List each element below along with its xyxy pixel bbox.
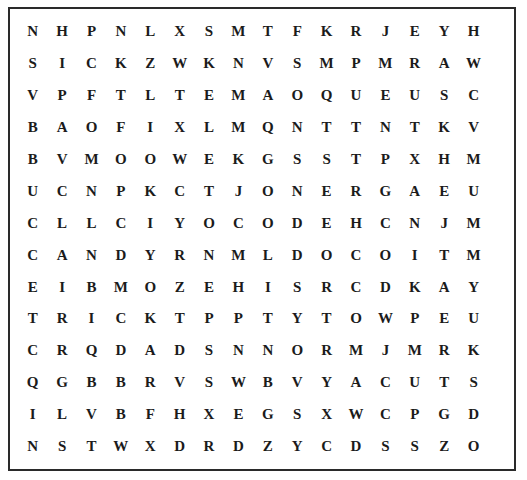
grid-cell-r8c6[interactable]: R <box>165 239 194 271</box>
grid-cell-r2c11[interactable]: M <box>312 48 341 80</box>
grid-cell-r10c16[interactable]: U <box>459 303 488 335</box>
grid-cell-r11c11[interactable]: R <box>312 335 341 367</box>
grid-cell-r12c16[interactable]: S <box>459 367 488 399</box>
grid-cell-r9c2[interactable]: I <box>47 271 76 303</box>
grid-cell-r4c13[interactable]: N <box>371 112 400 144</box>
grid-cell-r5c14[interactable]: X <box>400 144 429 176</box>
grid-cell-r2c8[interactable]: N <box>224 48 253 80</box>
grid-cell-r4c14[interactable]: T <box>400 112 429 144</box>
grid-cell-r3c9[interactable]: A <box>253 80 282 112</box>
grid-cell-r7c2[interactable]: L <box>47 207 76 239</box>
grid-cell-r11c7[interactable]: S <box>194 335 223 367</box>
grid-cell-r11c10[interactable]: O <box>283 335 312 367</box>
grid-cell-r1c11[interactable]: K <box>312 16 341 48</box>
grid-cell-r8c1[interactable]: C <box>18 239 47 271</box>
grid-cell-r8c2[interactable]: A <box>47 239 76 271</box>
grid-cell-r8c16[interactable]: M <box>459 239 488 271</box>
grid-cell-r8c13[interactable]: O <box>371 239 400 271</box>
grid-cell-r4c6[interactable]: X <box>165 112 194 144</box>
grid-cell-r8c15[interactable]: T <box>429 239 458 271</box>
grid-cell-r4c8[interactable]: M <box>224 112 253 144</box>
grid-cell-r6c2[interactable]: C <box>47 175 76 207</box>
grid-cell-r13c3[interactable]: V <box>77 399 106 431</box>
grid-cell-r3c11[interactable]: Q <box>312 80 341 112</box>
grid-cell-r2c5[interactable]: Z <box>136 48 165 80</box>
grid-cell-r7c8[interactable]: C <box>224 207 253 239</box>
grid-cell-r13c11[interactable]: X <box>312 399 341 431</box>
grid-cell-r7c16[interactable]: M <box>459 207 488 239</box>
grid-cell-r12c9[interactable]: B <box>253 367 282 399</box>
grid-cell-r10c15[interactable]: E <box>429 303 458 335</box>
grid-cell-r14c16[interactable]: O <box>459 431 488 463</box>
grid-cell-r6c4[interactable]: P <box>106 175 135 207</box>
grid-cell-r11c2[interactable]: R <box>47 335 76 367</box>
grid-cell-r10c1[interactable]: T <box>18 303 47 335</box>
grid-cell-r14c7[interactable]: R <box>194 431 223 463</box>
grid-cell-r5c15[interactable]: H <box>429 144 458 176</box>
grid-cell-r12c11[interactable]: Y <box>312 367 341 399</box>
grid-cell-r14c13[interactable]: S <box>371 431 400 463</box>
grid-cell-r1c15[interactable]: Y <box>429 16 458 48</box>
grid-cell-r3c6[interactable]: T <box>165 80 194 112</box>
grid-cell-r2c1[interactable]: S <box>18 48 47 80</box>
grid-cell-r5c11[interactable]: S <box>312 144 341 176</box>
grid-cell-r14c14[interactable]: S <box>400 431 429 463</box>
grid-cell-r2c7[interactable]: K <box>194 48 223 80</box>
grid-cell-r9c5[interactable]: O <box>136 271 165 303</box>
grid-cell-r8c11[interactable]: O <box>312 239 341 271</box>
grid-cell-r11c12[interactable]: M <box>341 335 370 367</box>
grid-cell-r4c16[interactable]: V <box>459 112 488 144</box>
grid-cell-r4c5[interactable]: I <box>136 112 165 144</box>
grid-cell-r1c4[interactable]: N <box>106 16 135 48</box>
grid-cell-r6c12[interactable]: R <box>341 175 370 207</box>
grid-cell-r2c13[interactable]: M <box>371 48 400 80</box>
grid-cell-r3c5[interactable]: L <box>136 80 165 112</box>
grid-cell-r1c7[interactable]: S <box>194 16 223 48</box>
grid-cell-r12c6[interactable]: V <box>165 367 194 399</box>
grid-cell-r4c12[interactable]: T <box>341 112 370 144</box>
grid-cell-r14c11[interactable]: C <box>312 431 341 463</box>
grid-cell-r10c9[interactable]: T <box>253 303 282 335</box>
grid-cell-r6c8[interactable]: J <box>224 175 253 207</box>
grid-cell-r9c14[interactable]: K <box>400 271 429 303</box>
grid-cell-r4c10[interactable]: N <box>283 112 312 144</box>
grid-cell-r1c13[interactable]: J <box>371 16 400 48</box>
grid-cell-r12c13[interactable]: C <box>371 367 400 399</box>
grid-cell-r11c4[interactable]: D <box>106 335 135 367</box>
grid-cell-r8c7[interactable]: N <box>194 239 223 271</box>
grid-cell-r14c5[interactable]: X <box>136 431 165 463</box>
grid-cell-r2c10[interactable]: S <box>283 48 312 80</box>
grid-cell-r11c15[interactable]: R <box>429 335 458 367</box>
grid-cell-r7c12[interactable]: H <box>341 207 370 239</box>
grid-cell-r5c2[interactable]: V <box>47 144 76 176</box>
grid-cell-r9c10[interactable]: S <box>283 271 312 303</box>
grid-cell-r13c8[interactable]: E <box>224 399 253 431</box>
grid-cell-r3c14[interactable]: U <box>400 80 429 112</box>
grid-cell-r1c12[interactable]: R <box>341 16 370 48</box>
grid-cell-r11c13[interactable]: J <box>371 335 400 367</box>
grid-cell-r6c9[interactable]: O <box>253 175 282 207</box>
grid-cell-r6c14[interactable]: A <box>400 175 429 207</box>
grid-cell-r7c5[interactable]: I <box>136 207 165 239</box>
grid-cell-r1c1[interactable]: N <box>18 16 47 48</box>
grid-cell-r3c8[interactable]: M <box>224 80 253 112</box>
grid-cell-r12c1[interactable]: Q <box>18 367 47 399</box>
grid-cell-r9c6[interactable]: Z <box>165 271 194 303</box>
grid-cell-r6c13[interactable]: G <box>371 175 400 207</box>
grid-cell-r6c16[interactable]: U <box>459 175 488 207</box>
grid-cell-r1c9[interactable]: T <box>253 16 282 48</box>
grid-cell-r7c1[interactable]: C <box>18 207 47 239</box>
grid-cell-r14c1[interactable]: N <box>18 431 47 463</box>
grid-cell-r8c3[interactable]: N <box>77 239 106 271</box>
grid-cell-r1c2[interactable]: H <box>47 16 76 48</box>
grid-cell-r14c8[interactable]: D <box>224 431 253 463</box>
grid-cell-r4c1[interactable]: B <box>18 112 47 144</box>
grid-cell-r4c15[interactable]: K <box>429 112 458 144</box>
grid-cell-r13c4[interactable]: B <box>106 399 135 431</box>
grid-cell-r12c12[interactable]: A <box>341 367 370 399</box>
grid-cell-r7c11[interactable]: E <box>312 207 341 239</box>
grid-cell-r13c10[interactable]: S <box>283 399 312 431</box>
grid-cell-r11c16[interactable]: K <box>459 335 488 367</box>
grid-cell-r10c2[interactable]: R <box>47 303 76 335</box>
grid-cell-r10c13[interactable]: W <box>371 303 400 335</box>
grid-cell-r13c7[interactable]: X <box>194 399 223 431</box>
grid-cell-r3c3[interactable]: F <box>77 80 106 112</box>
grid-cell-r9c7[interactable]: E <box>194 271 223 303</box>
grid-cell-r3c13[interactable]: E <box>371 80 400 112</box>
grid-cell-r5c16[interactable]: M <box>459 144 488 176</box>
grid-cell-r3c16[interactable]: C <box>459 80 488 112</box>
grid-cell-r2c15[interactable]: A <box>429 48 458 80</box>
grid-cell-r2c14[interactable]: R <box>400 48 429 80</box>
grid-cell-r11c3[interactable]: Q <box>77 335 106 367</box>
grid-cell-r3c1[interactable]: V <box>18 80 47 112</box>
grid-cell-r13c5[interactable]: F <box>136 399 165 431</box>
grid-cell-r10c7[interactable]: P <box>194 303 223 335</box>
grid-cell-r10c5[interactable]: K <box>136 303 165 335</box>
grid-cell-r3c12[interactable]: U <box>341 80 370 112</box>
grid-cell-r9c16[interactable]: Y <box>459 271 488 303</box>
grid-cell-r7c6[interactable]: Y <box>165 207 194 239</box>
grid-cell-r14c10[interactable]: Y <box>283 431 312 463</box>
grid-cell-r1c6[interactable]: X <box>165 16 194 48</box>
grid-cell-r10c3[interactable]: I <box>77 303 106 335</box>
grid-cell-r14c2[interactable]: S <box>47 431 76 463</box>
grid-cell-r6c10[interactable]: N <box>283 175 312 207</box>
grid-cell-r8c12[interactable]: C <box>341 239 370 271</box>
grid-cell-r7c9[interactable]: O <box>253 207 282 239</box>
grid-cell-r11c6[interactable]: D <box>165 335 194 367</box>
grid-cell-r10c11[interactable]: T <box>312 303 341 335</box>
grid-cell-r8c8[interactable]: M <box>224 239 253 271</box>
grid-cell-r13c13[interactable]: C <box>371 399 400 431</box>
grid-cell-r13c16[interactable]: D <box>459 399 488 431</box>
grid-cell-r8c10[interactable]: D <box>283 239 312 271</box>
grid-cell-r9c13[interactable]: D <box>371 271 400 303</box>
grid-cell-r13c2[interactable]: L <box>47 399 76 431</box>
grid-cell-r2c4[interactable]: K <box>106 48 135 80</box>
grid-cell-r2c16[interactable]: W <box>459 48 488 80</box>
grid-cell-r12c2[interactable]: G <box>47 367 76 399</box>
grid-cell-r10c8[interactable]: P <box>224 303 253 335</box>
grid-cell-r14c12[interactable]: D <box>341 431 370 463</box>
grid-cell-r6c15[interactable]: E <box>429 175 458 207</box>
grid-cell-r5c3[interactable]: M <box>77 144 106 176</box>
grid-cell-r6c7[interactable]: T <box>194 175 223 207</box>
grid-cell-r2c9[interactable]: V <box>253 48 282 80</box>
grid-cell-r3c7[interactable]: E <box>194 80 223 112</box>
grid-cell-r6c1[interactable]: U <box>18 175 47 207</box>
grid-cell-r12c4[interactable]: B <box>106 367 135 399</box>
grid-cell-r14c6[interactable]: D <box>165 431 194 463</box>
grid-cell-r1c14[interactable]: E <box>400 16 429 48</box>
grid-cell-r10c4[interactable]: C <box>106 303 135 335</box>
grid-cell-r14c9[interactable]: Z <box>253 431 282 463</box>
grid-cell-r6c5[interactable]: K <box>136 175 165 207</box>
grid-cell-r13c9[interactable]: G <box>253 399 282 431</box>
grid-cell-r11c5[interactable]: A <box>136 335 165 367</box>
grid-cell-r9c12[interactable]: C <box>341 271 370 303</box>
grid-cell-r9c3[interactable]: B <box>77 271 106 303</box>
grid-cell-r12c8[interactable]: W <box>224 367 253 399</box>
grid-cell-r4c4[interactable]: F <box>106 112 135 144</box>
grid-cell-r8c9[interactable]: L <box>253 239 282 271</box>
grid-cell-r11c8[interactable]: N <box>224 335 253 367</box>
grid-cell-r9c11[interactable]: R <box>312 271 341 303</box>
grid-cell-r2c2[interactable]: I <box>47 48 76 80</box>
grid-cell-r13c15[interactable]: G <box>429 399 458 431</box>
grid-cell-r1c5[interactable]: L <box>136 16 165 48</box>
grid-cell-r12c5[interactable]: R <box>136 367 165 399</box>
grid-cell-r12c15[interactable]: T <box>429 367 458 399</box>
grid-cell-r10c10[interactable]: Y <box>283 303 312 335</box>
grid-cell-r1c8[interactable]: M <box>224 16 253 48</box>
grid-cell-r9c1[interactable]: E <box>18 271 47 303</box>
grid-cell-r7c13[interactable]: C <box>371 207 400 239</box>
grid-cell-r11c14[interactable]: M <box>400 335 429 367</box>
grid-cell-r11c1[interactable]: C <box>18 335 47 367</box>
grid-cell-r2c6[interactable]: W <box>165 48 194 80</box>
grid-cell-r12c10[interactable]: V <box>283 367 312 399</box>
grid-cell-r7c10[interactable]: D <box>283 207 312 239</box>
grid-cell-r3c2[interactable]: P <box>47 80 76 112</box>
grid-cell-r10c12[interactable]: O <box>341 303 370 335</box>
grid-cell-r4c7[interactable]: L <box>194 112 223 144</box>
grid-cell-r3c10[interactable]: O <box>283 80 312 112</box>
grid-cell-r1c16[interactable]: H <box>459 16 488 48</box>
grid-cell-r2c12[interactable]: P <box>341 48 370 80</box>
grid-cell-r12c7[interactable]: S <box>194 367 223 399</box>
grid-cell-r10c6[interactable]: T <box>165 303 194 335</box>
grid-cell-r13c6[interactable]: H <box>165 399 194 431</box>
grid-cell-r11c9[interactable]: N <box>253 335 282 367</box>
grid-cell-r6c3[interactable]: N <box>77 175 106 207</box>
grid-cell-r5c8[interactable]: K <box>224 144 253 176</box>
grid-cell-r8c5[interactable]: Y <box>136 239 165 271</box>
grid-cell-r8c4[interactable]: D <box>106 239 135 271</box>
grid-cell-r1c10[interactable]: F <box>283 16 312 48</box>
grid-cell-r5c7[interactable]: E <box>194 144 223 176</box>
grid-cell-r8c14[interactable]: I <box>400 239 429 271</box>
word-search-grid: NHPNLXSMTFKRJEYHSICKZWKNVSMPMRAWVPFTLTEM… <box>10 9 514 462</box>
grid-cell-r9c9[interactable]: I <box>253 271 282 303</box>
grid-cell-r3c4[interactable]: T <box>106 80 135 112</box>
grid-cell-r14c4[interactable]: W <box>106 431 135 463</box>
grid-cell-r4c2[interactable]: A <box>47 112 76 144</box>
grid-cell-r13c14[interactable]: P <box>400 399 429 431</box>
grid-cell-r3c15[interactable]: S <box>429 80 458 112</box>
grid-cell-r2c3[interactable]: C <box>77 48 106 80</box>
grid-cell-r9c4[interactable]: M <box>106 271 135 303</box>
grid-cell-r7c15[interactable]: J <box>429 207 458 239</box>
grid-cell-r13c12[interactable]: W <box>341 399 370 431</box>
grid-cell-r4c3[interactable]: O <box>77 112 106 144</box>
grid-cell-r5c4[interactable]: O <box>106 144 135 176</box>
grid-cell-r13c1[interactable]: I <box>18 399 47 431</box>
grid-cell-r5c9[interactable]: G <box>253 144 282 176</box>
grid-cell-r14c3[interactable]: T <box>77 431 106 463</box>
grid-cell-r9c15[interactable]: A <box>429 271 458 303</box>
grid-cell-r4c9[interactable]: Q <box>253 112 282 144</box>
grid-cell-r4c11[interactable]: T <box>312 112 341 144</box>
word-search-board: NHPNLXSMTFKRJEYHSICKZWKNVSMPMRAWVPFTLTEM… <box>8 7 516 471</box>
grid-cell-r7c14[interactable]: N <box>400 207 429 239</box>
grid-cell-r5c10[interactable]: S <box>283 144 312 176</box>
grid-cell-r10c14[interactable]: P <box>400 303 429 335</box>
grid-cell-r9c8[interactable]: H <box>224 271 253 303</box>
grid-cell-r7c4[interactable]: C <box>106 207 135 239</box>
grid-cell-r12c3[interactable]: B <box>77 367 106 399</box>
grid-cell-r5c13[interactable]: P <box>371 144 400 176</box>
grid-cell-r6c11[interactable]: E <box>312 175 341 207</box>
grid-cell-r1c3[interactable]: P <box>77 16 106 48</box>
grid-cell-r7c7[interactable]: O <box>194 207 223 239</box>
grid-cell-r5c6[interactable]: W <box>165 144 194 176</box>
grid-cell-r7c3[interactable]: L <box>77 207 106 239</box>
grid-cell-r14c15[interactable]: Z <box>429 431 458 463</box>
grid-cell-r5c12[interactable]: T <box>341 144 370 176</box>
grid-cell-r6c6[interactable]: C <box>165 175 194 207</box>
grid-cell-r5c1[interactable]: B <box>18 144 47 176</box>
grid-cell-r5c5[interactable]: O <box>136 144 165 176</box>
grid-cell-r12c14[interactable]: U <box>400 367 429 399</box>
